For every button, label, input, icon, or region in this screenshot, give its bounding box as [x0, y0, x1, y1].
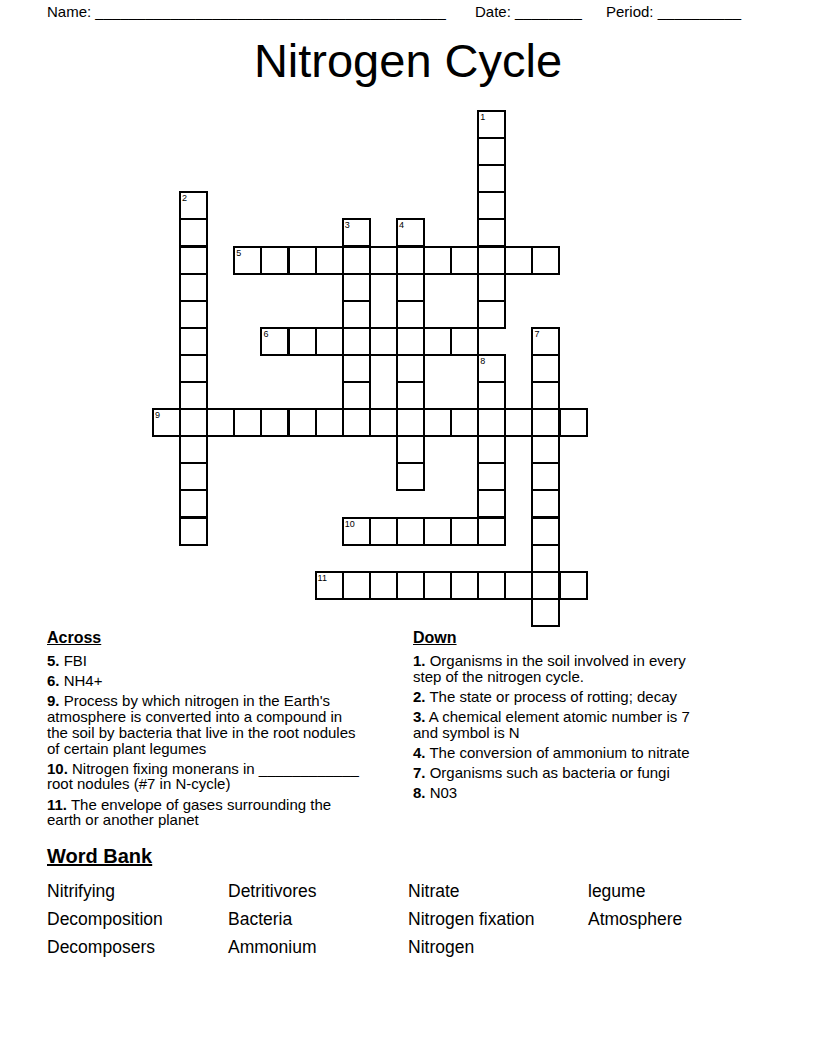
clue-text: NH4+ [64, 672, 103, 689]
grid-cell[interactable] [531, 489, 560, 518]
clue-text: The conversion of ammonium to nitrate [429, 744, 689, 761]
grid-cell[interactable] [504, 246, 533, 275]
grid-cell[interactable] [477, 408, 506, 437]
cell-clue-number: 10 [345, 519, 355, 529]
grid-cell[interactable] [531, 571, 560, 600]
grid-cell[interactable] [396, 571, 425, 600]
grid-cell[interactable] [288, 327, 317, 356]
grid-cell[interactable] [450, 327, 479, 356]
clue-number: 3. [413, 708, 426, 725]
grid-cell[interactable] [559, 408, 588, 437]
grid-cell[interactable] [179, 435, 208, 464]
clue-down-4: 4. The conversion of ammonium to nitrate [413, 745, 763, 761]
grid-cell[interactable] [477, 435, 506, 464]
grid-cell[interactable] [477, 517, 506, 546]
grid-cell[interactable] [504, 408, 533, 437]
grid-cell[interactable] [531, 462, 560, 491]
grid-cell[interactable]: 10 [342, 517, 371, 546]
grid-cell[interactable] [342, 327, 371, 356]
date-blank: ________ [515, 3, 582, 20]
across-clues: Across 5. FBI 6. NH4+ 9. Process by whic… [47, 629, 407, 833]
grid-cell[interactable] [531, 544, 560, 573]
clue-text: FBI [64, 652, 87, 669]
across-heading: Across [47, 629, 407, 647]
period-field: Period: __________ [606, 3, 741, 20]
grid-cell[interactable] [531, 408, 560, 437]
grid-cell[interactable] [369, 571, 398, 600]
word-bank-item: legume [588, 877, 767, 905]
cell-clue-number: 9 [155, 410, 160, 420]
grid-cell[interactable] [396, 327, 425, 356]
word-bank: Word Bank Nitrifying Detritivores Nitrat… [47, 845, 767, 961]
grid-cell[interactable] [342, 354, 371, 383]
grid-cell[interactable] [396, 273, 425, 302]
clue-number: 11. [47, 796, 67, 813]
clue-text: N03 [430, 784, 458, 801]
grid-cell[interactable] [477, 164, 506, 193]
clue-number: 8. [413, 784, 426, 801]
grid-cell[interactable] [423, 246, 452, 275]
grid-cell[interactable] [179, 246, 208, 275]
cell-clue-number: 11 [318, 573, 327, 583]
grid-cell[interactable] [179, 273, 208, 302]
clue-down-7: 7. Organisms such as bacteria or fungi [413, 765, 763, 781]
page-title: Nitrogen Cycle [0, 33, 816, 89]
grid-cell[interactable] [423, 327, 452, 356]
period-blank: __________ [658, 3, 741, 20]
crossword-grid: 1234567891011 [152, 110, 589, 628]
word-bank-item: Nitrogen fixation [408, 905, 588, 933]
word-bank-item: Detritivores [228, 877, 408, 905]
grid-cell[interactable] [504, 571, 533, 600]
grid-cell[interactable] [288, 246, 317, 275]
date-field: Date: ________ [475, 3, 582, 20]
grid-cell[interactable] [179, 462, 208, 491]
grid-cell[interactable]: 9 [152, 408, 181, 437]
grid-cell[interactable] [477, 489, 506, 518]
cell-clue-number: 4 [399, 220, 404, 230]
grid-cell[interactable] [179, 408, 208, 437]
word-bank-item: Nitrogen [408, 933, 588, 961]
clue-text: A chemical element atomic number is 7 an… [413, 708, 690, 741]
grid-cell[interactable] [477, 218, 506, 247]
grid-cell[interactable]: 3 [342, 218, 371, 247]
grid-cell[interactable] [531, 598, 560, 627]
grid-cell[interactable] [423, 408, 452, 437]
word-bank-item: Atmosphere [588, 905, 767, 933]
grid-cell[interactable] [396, 517, 425, 546]
grid-cell[interactable] [342, 246, 371, 275]
cell-clue-number: 7 [534, 329, 539, 339]
clue-down-2: 2. The state or process of rotting; deca… [413, 689, 763, 705]
grid-cell[interactable] [531, 435, 560, 464]
word-bank-heading: Word Bank [47, 845, 767, 868]
grid-cell[interactable] [477, 137, 506, 166]
name-label: Name: [47, 3, 91, 20]
grid-cell[interactable] [342, 273, 371, 302]
grid-cell[interactable] [477, 571, 506, 600]
cell-clue-number: 1 [480, 112, 485, 122]
grid-cell[interactable] [260, 408, 289, 437]
grid-cell[interactable] [396, 462, 425, 491]
grid-cell[interactable] [477, 381, 506, 410]
cell-clue-number: 3 [345, 220, 350, 230]
clue-number: 4. [413, 744, 426, 761]
down-heading: Down [413, 629, 763, 647]
word-bank-item: Nitrate [408, 877, 588, 905]
grid-cell[interactable] [179, 327, 208, 356]
grid-cell[interactable] [179, 489, 208, 518]
word-bank-item: Ammonium [228, 933, 408, 961]
grid-cell[interactable]: 2 [179, 191, 208, 220]
grid-cell[interactable] [288, 408, 317, 437]
clue-text: Process by which nitrogen in the Earth's… [47, 692, 356, 756]
grid-cell[interactable] [531, 381, 560, 410]
clue-text: Nitrogen fixing monerans in ____________… [47, 760, 359, 793]
clue-across-9: 9. Process by which nitrogen in the Eart… [47, 693, 407, 756]
grid-cell[interactable] [423, 517, 452, 546]
grid-cell[interactable] [477, 462, 506, 491]
grid-cell[interactable] [342, 408, 371, 437]
grid-cell[interactable] [342, 571, 371, 600]
grid-cell[interactable] [179, 517, 208, 546]
grid-cell[interactable] [179, 218, 208, 247]
grid-cell[interactable] [369, 246, 398, 275]
clue-number: 1. [413, 652, 426, 669]
grid-cell[interactable] [315, 408, 344, 437]
grid-cell[interactable] [531, 354, 560, 383]
grid-cell[interactable] [477, 273, 506, 302]
grid-cell[interactable] [531, 517, 560, 546]
word-bank-grid: Nitrifying Detritivores Nitrate legume D… [47, 877, 767, 961]
grid-cell[interactable] [179, 354, 208, 383]
grid-cell[interactable] [396, 354, 425, 383]
grid-cell[interactable]: 1 [477, 110, 506, 139]
clue-text: Organisms such as bacteria or fungi [430, 764, 670, 781]
grid-cell[interactable]: 11 [315, 571, 344, 600]
grid-cell[interactable] [477, 246, 506, 275]
down-clues: Down 1. Organisms in the soil involved i… [413, 629, 763, 806]
clue-across-11: 11. The envelope of gases surrounding th… [47, 797, 407, 828]
cell-clue-number: 5 [236, 248, 241, 258]
word-bank-item: Bacteria [228, 905, 408, 933]
grid-cell[interactable] [450, 408, 479, 437]
word-bank-item: Decomposition [47, 905, 228, 933]
grid-cell[interactable] [450, 571, 479, 600]
cell-clue-number: 6 [263, 329, 268, 339]
clue-number: 9. [47, 692, 60, 709]
grid-cell[interactable] [450, 246, 479, 275]
grid-cell[interactable] [369, 517, 398, 546]
grid-cell[interactable]: 4 [396, 218, 425, 247]
grid-cell[interactable] [369, 408, 398, 437]
grid-cell[interactable] [369, 327, 398, 356]
grid-cell[interactable] [396, 381, 425, 410]
clue-text: The envelope of gases surrounding the ea… [47, 796, 331, 829]
name-field: Name: __________________________________… [47, 3, 446, 20]
cell-clue-number: 2 [182, 193, 187, 203]
clue-number: 2. [413, 688, 426, 705]
clue-across-6: 6. NH4+ [47, 673, 407, 689]
clue-number: 10. [47, 760, 68, 777]
grid-cell[interactable] [396, 300, 425, 329]
grid-cell[interactable] [179, 381, 208, 410]
grid-cell[interactable]: 7 [531, 327, 560, 356]
grid-cell[interactable]: 5 [233, 246, 262, 275]
grid-cell[interactable] [396, 246, 425, 275]
name-blank: ________________________________________… [95, 3, 445, 20]
cell-clue-number: 8 [480, 356, 485, 366]
grid-cell[interactable] [315, 327, 344, 356]
clue-across-5: 5. FBI [47, 653, 407, 669]
clue-number: 5. [47, 652, 60, 669]
grid-cell[interactable] [396, 408, 425, 437]
clue-text: Organisms in the soil involved in every … [413, 652, 686, 685]
clue-number: 7. [413, 764, 426, 781]
clue-down-1: 1. Organisms in the soil involved in eve… [413, 653, 763, 684]
grid-cell[interactable] [396, 435, 425, 464]
grid-cell[interactable] [342, 300, 371, 329]
clue-text: The state or process of rotting; decay [429, 688, 677, 705]
worksheet-page: Name: __________________________________… [0, 0, 816, 1056]
grid-cell[interactable] [450, 517, 479, 546]
grid-cell[interactable]: 6 [260, 327, 289, 356]
date-label: Date: [475, 3, 511, 20]
grid-cell[interactable] [531, 246, 560, 275]
grid-cell[interactable] [315, 246, 344, 275]
clue-down-3: 3. A chemical element atomic number is 7… [413, 709, 763, 740]
period-label: Period: [606, 3, 654, 20]
clue-down-8: 8. N03 [413, 785, 763, 801]
grid-cell[interactable] [342, 381, 371, 410]
grid-cell[interactable] [559, 571, 588, 600]
clue-across-10: 10. Nitrogen fixing monerans in ________… [47, 761, 407, 792]
grid-cell[interactable] [260, 246, 289, 275]
word-bank-item: Nitrifying [47, 877, 228, 905]
grid-cell[interactable] [179, 300, 208, 329]
grid-cell[interactable] [477, 300, 506, 329]
grid-cell[interactable] [423, 571, 452, 600]
clue-number: 6. [47, 672, 60, 689]
grid-cell[interactable] [233, 408, 262, 437]
grid-cell[interactable]: 8 [477, 354, 506, 383]
word-bank-item: Decomposers [47, 933, 228, 961]
grid-cell[interactable] [206, 408, 235, 437]
grid-cell[interactable] [477, 191, 506, 220]
